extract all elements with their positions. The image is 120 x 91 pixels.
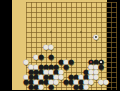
faint-dot-marker: [50, 31, 52, 33]
black-dot-marker: [95, 36, 97, 38]
faint-dot-marker: [80, 31, 82, 33]
go-board: ●●●●●●●●●●●●●●●●●●●●●●●●●●●●●●●●●●●●●●●●…: [12, 0, 107, 90]
intersection-18-18[interactable]: [114, 90, 119, 91]
board-intersections: ●●●●●●●●●●●●●●●●●●●●●●●●●●●●●●●●●●●●●●●●…: [24, 0, 119, 90]
screenshot-frame: ●●●●●●●●●●●●●●●●●●●●●●●●●●●●●●●●●●●●●●●●…: [0, 0, 120, 90]
